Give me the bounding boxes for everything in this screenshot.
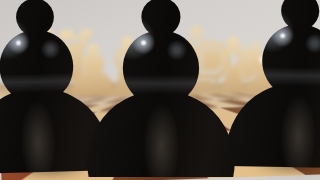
black-pawn[interactable]: ♟ — [189, 0, 320, 180]
chess-photo-scene: ♜ ♟ ♝ ♚ ♝ ♞ ♟ ♟ ♟ — [0, 0, 320, 180]
